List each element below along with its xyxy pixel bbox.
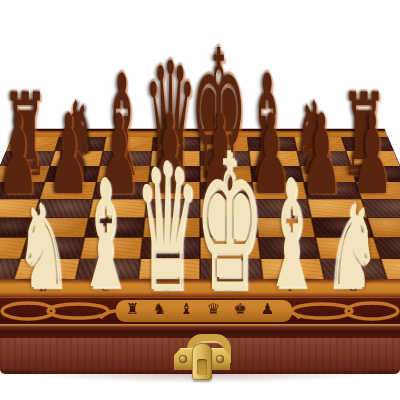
brass-clasp-icon bbox=[172, 332, 232, 382]
piece-white-knight-g1: ♞ bbox=[326, 187, 380, 304]
piece-white-bishop-f1: ♝ bbox=[263, 162, 319, 311]
clasp-slot bbox=[197, 359, 207, 375]
piece-white-king-e1: ♚ bbox=[195, 129, 263, 319]
clasp-screw-left bbox=[179, 355, 187, 363]
piece-white-bishop-c1: ♝ bbox=[77, 162, 133, 311]
clasp-screw-right bbox=[216, 355, 224, 363]
piece-white-queen-d1: ♛ bbox=[135, 140, 200, 316]
piece-white-knight-b1: ♞ bbox=[16, 187, 70, 304]
chess-set-photo: BCDEFG ♜♞♝♛♚♟ ♜♞♝♛♚♝♞♜♟♟♟♟♟♟♟♟♞♝♛♚♝♞ bbox=[0, 0, 400, 400]
